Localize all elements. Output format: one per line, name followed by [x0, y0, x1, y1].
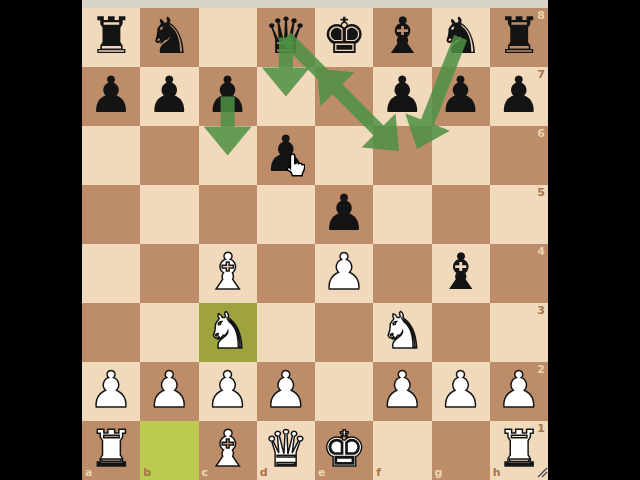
- rank-label-5: 5: [537, 187, 545, 198]
- piece-bP-h7[interactable]: ♟: [496, 70, 541, 120]
- screenshot-stage: ♜♞♛♚♝♞♜8♟♟♟♟♟♟7♟6♟5♝♟♝4♞♞3♟♟♟♟♟♟♟2♜ab♝c♛…: [0, 0, 640, 480]
- square-b1[interactable]: b: [140, 421, 198, 480]
- square-g6[interactable]: [432, 126, 490, 185]
- piece-wP-d2[interactable]: ♟: [263, 365, 308, 415]
- chess-board[interactable]: ♜♞♛♚♝♞♜8♟♟♟♟♟♟7♟6♟5♝♟♝4♞♞3♟♟♟♟♟♟♟2♜ab♝c♛…: [82, 8, 548, 480]
- square-b7[interactable]: ♟: [140, 67, 198, 126]
- square-e8[interactable]: ♚: [315, 8, 373, 67]
- piece-wQ-d1[interactable]: ♛: [263, 424, 308, 474]
- square-f5[interactable]: [373, 185, 431, 244]
- piece-bB-g4[interactable]: ♝: [438, 247, 483, 297]
- rank-label-8: 8: [537, 10, 545, 21]
- square-c4[interactable]: ♝: [199, 244, 257, 303]
- file-label-f: f: [376, 467, 381, 478]
- piece-bR-h8[interactable]: ♜: [496, 11, 541, 61]
- square-a4[interactable]: [82, 244, 140, 303]
- square-d2[interactable]: ♟: [257, 362, 315, 421]
- square-d8[interactable]: ♛: [257, 8, 315, 67]
- square-e7[interactable]: [315, 67, 373, 126]
- piece-wP-b2[interactable]: ♟: [147, 365, 192, 415]
- piece-wN-c3[interactable]: ♞: [205, 306, 250, 356]
- square-f8[interactable]: ♝: [373, 8, 431, 67]
- square-h8[interactable]: ♜8: [490, 8, 548, 67]
- square-e6[interactable]: [315, 126, 373, 185]
- piece-wP-f2[interactable]: ♟: [380, 365, 425, 415]
- piece-bP-e5[interactable]: ♟: [322, 188, 367, 238]
- square-e1[interactable]: ♚e: [315, 421, 373, 480]
- piece-bN-g8[interactable]: ♞: [438, 11, 483, 61]
- file-label-e: e: [318, 467, 325, 478]
- square-d4[interactable]: [257, 244, 315, 303]
- piece-bP-g7[interactable]: ♟: [438, 70, 483, 120]
- square-e2[interactable]: [315, 362, 373, 421]
- square-b2[interactable]: ♟: [140, 362, 198, 421]
- piece-bP-c7[interactable]: ♟: [205, 70, 250, 120]
- square-a2[interactable]: ♟: [82, 362, 140, 421]
- rank-label-2: 2: [537, 364, 545, 375]
- square-a6[interactable]: [82, 126, 140, 185]
- square-b3[interactable]: [140, 303, 198, 362]
- square-h2[interactable]: ♟2: [490, 362, 548, 421]
- file-label-h: h: [493, 467, 501, 478]
- square-e5[interactable]: ♟: [315, 185, 373, 244]
- square-c2[interactable]: ♟: [199, 362, 257, 421]
- square-h6[interactable]: 6: [490, 126, 548, 185]
- square-g3[interactable]: [432, 303, 490, 362]
- square-h3[interactable]: 3: [490, 303, 548, 362]
- piece-bK-e8[interactable]: ♚: [322, 11, 367, 61]
- file-label-d: d: [260, 467, 268, 478]
- piece-bQ-d8[interactable]: ♛: [263, 11, 308, 61]
- rank-label-6: 6: [537, 128, 545, 139]
- square-c1[interactable]: ♝c: [199, 421, 257, 480]
- square-c7[interactable]: ♟: [199, 67, 257, 126]
- square-a1[interactable]: ♜a: [82, 421, 140, 480]
- file-label-g: g: [435, 467, 443, 478]
- square-c8[interactable]: [199, 8, 257, 67]
- square-d1[interactable]: ♛d: [257, 421, 315, 480]
- piece-wP-a2[interactable]: ♟: [89, 365, 134, 415]
- square-f3[interactable]: ♞: [373, 303, 431, 362]
- square-c3[interactable]: ♞: [199, 303, 257, 362]
- square-g8[interactable]: ♞: [432, 8, 490, 67]
- file-label-c: c: [202, 467, 209, 478]
- square-g2[interactable]: ♟: [432, 362, 490, 421]
- square-f1[interactable]: f: [373, 421, 431, 480]
- square-f6[interactable]: [373, 126, 431, 185]
- square-e3[interactable]: [315, 303, 373, 362]
- square-c5[interactable]: [199, 185, 257, 244]
- piece-wP-c2[interactable]: ♟: [205, 365, 250, 415]
- square-b8[interactable]: ♞: [140, 8, 198, 67]
- square-h5[interactable]: 5: [490, 185, 548, 244]
- square-f4[interactable]: [373, 244, 431, 303]
- square-h1[interactable]: ♜h1: [490, 421, 548, 480]
- square-f7[interactable]: ♟: [373, 67, 431, 126]
- piece-wK-e1[interactable]: ♚: [322, 424, 367, 474]
- square-b6[interactable]: [140, 126, 198, 185]
- square-b5[interactable]: [140, 185, 198, 244]
- file-label-b: b: [143, 467, 151, 478]
- file-label-a: a: [85, 467, 92, 478]
- piece-wR-a1[interactable]: ♜: [89, 424, 134, 474]
- square-g1[interactable]: g: [432, 421, 490, 480]
- piece-bB-f8[interactable]: ♝: [380, 11, 425, 61]
- piece-bR-a8[interactable]: ♜: [89, 11, 134, 61]
- square-g7[interactable]: ♟: [432, 67, 490, 126]
- square-g5[interactable]: [432, 185, 490, 244]
- square-d5[interactable]: [257, 185, 315, 244]
- piece-bP-a7[interactable]: ♟: [89, 70, 134, 120]
- piece-wN-f3[interactable]: ♞: [380, 306, 425, 356]
- piece-wP-e4[interactable]: ♟: [322, 247, 367, 297]
- rank-label-1: 1: [537, 423, 545, 434]
- piece-wP-h2[interactable]: ♟: [496, 365, 541, 415]
- square-g4[interactable]: ♝: [432, 244, 490, 303]
- square-h7[interactable]: ♟7: [490, 67, 548, 126]
- square-h4[interactable]: 4: [490, 244, 548, 303]
- piece-wB-c4[interactable]: ♝: [205, 247, 250, 297]
- square-a3[interactable]: [82, 303, 140, 362]
- piece-bP-b7[interactable]: ♟: [147, 70, 192, 120]
- square-d3[interactable]: [257, 303, 315, 362]
- rank-label-4: 4: [537, 246, 545, 257]
- square-f2[interactable]: ♟: [373, 362, 431, 421]
- piece-wB-c1[interactable]: ♝: [205, 424, 250, 474]
- square-b4[interactable]: [140, 244, 198, 303]
- rank-label-7: 7: [537, 69, 545, 80]
- square-a7[interactable]: ♟: [82, 67, 140, 126]
- square-e4[interactable]: ♟: [315, 244, 373, 303]
- piece-bP-f7[interactable]: ♟: [380, 70, 425, 120]
- square-a8[interactable]: ♜: [82, 8, 140, 67]
- piece-wP-g2[interactable]: ♟: [438, 365, 483, 415]
- piece-wR-h1[interactable]: ♜: [496, 424, 541, 474]
- piece-bP-d6[interactable]: ♟: [263, 129, 308, 179]
- square-a5[interactable]: [82, 185, 140, 244]
- square-d7[interactable]: [257, 67, 315, 126]
- square-d6[interactable]: ♟: [257, 126, 315, 185]
- square-c6[interactable]: [199, 126, 257, 185]
- piece-bN-b8[interactable]: ♞: [147, 11, 192, 61]
- rank-label-3: 3: [537, 305, 545, 316]
